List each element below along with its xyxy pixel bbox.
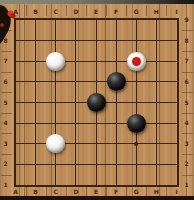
white-stone-G7[interactable] (127, 52, 146, 71)
grid-line-horizontal (16, 40, 177, 41)
row-label-right-2: 2 (182, 160, 192, 168)
tick-top (66, 5, 67, 16)
column-label-top-H: H (151, 8, 161, 16)
tick-left (1, 113, 12, 114)
top-edge-strip (0, 0, 194, 4)
row-label-left-1: 1 (1, 181, 11, 189)
tick-left (1, 72, 12, 73)
row-label-left-9: 9 (1, 16, 11, 24)
tick-left (1, 175, 12, 176)
column-label-bottom-I: I (172, 188, 182, 196)
row-label-left-6: 6 (1, 78, 11, 86)
bottom-edge-strip (0, 196, 194, 200)
tick-top (86, 5, 87, 16)
row-label-left-5: 5 (1, 99, 11, 107)
black-stone-G4[interactable] (127, 114, 146, 133)
grid-line-horizontal (16, 81, 177, 82)
tick-right (182, 175, 193, 176)
column-label-bottom-B: B (31, 188, 41, 196)
column-label-top-E: E (91, 8, 101, 16)
last-move-marker-icon (132, 57, 141, 66)
tick-right (182, 51, 193, 52)
column-label-top-A: A (11, 8, 21, 16)
tick-left (1, 30, 12, 31)
row-label-right-9: 9 (182, 16, 192, 24)
grid-line-horizontal (16, 123, 177, 124)
tick-right (182, 92, 193, 93)
row-label-right-4: 4 (182, 119, 192, 127)
row-label-right-3: 3 (182, 140, 192, 148)
tick-left (1, 92, 12, 93)
tick-top (146, 5, 147, 16)
tick-right (182, 133, 193, 134)
tick-top (46, 5, 47, 16)
tick-top (126, 5, 127, 16)
column-label-bottom-G: G (131, 188, 141, 196)
row-label-right-5: 5 (182, 99, 192, 107)
column-label-bottom-D: D (71, 188, 81, 196)
column-label-top-G: G (131, 8, 141, 16)
tick-right (182, 30, 193, 31)
column-label-top-I: I (172, 8, 182, 16)
column-label-bottom-C: C (51, 188, 61, 196)
grid-line-horizontal (16, 164, 177, 165)
tick-left (1, 154, 12, 155)
black-stone-E5[interactable] (87, 93, 106, 112)
tick-top (166, 5, 167, 16)
column-label-bottom-F: F (111, 188, 121, 196)
row-label-left-8: 8 (1, 37, 11, 45)
tick-top (26, 5, 27, 16)
column-label-top-C: C (51, 8, 61, 16)
tick-left (1, 51, 12, 52)
row-label-right-7: 7 (182, 57, 192, 65)
column-label-top-D: D (71, 8, 81, 16)
tick-top (106, 5, 107, 16)
black-stone-F6[interactable] (107, 72, 126, 91)
tick-right (182, 154, 193, 155)
column-label-bottom-A: A (11, 188, 21, 196)
column-label-top-F: F (111, 8, 121, 16)
row-label-right-6: 6 (182, 78, 192, 86)
grid-line-horizontal (16, 143, 177, 144)
row-label-left-4: 4 (1, 119, 11, 127)
white-stone-C7[interactable] (46, 52, 65, 71)
row-label-left-7: 7 (1, 57, 11, 65)
column-label-top-B: B (31, 8, 41, 16)
tick-right (182, 72, 193, 73)
row-label-left-3: 3 (1, 140, 11, 148)
row-label-right-8: 8 (182, 37, 192, 45)
column-label-bottom-H: H (151, 188, 161, 196)
star-point-G3 (134, 142, 138, 146)
grid-line-horizontal (16, 61, 177, 62)
row-label-right-1: 1 (182, 181, 192, 189)
tick-right (182, 113, 193, 114)
column-label-bottom-E: E (91, 188, 101, 196)
row-label-left-2: 2 (1, 160, 11, 168)
tick-left (1, 133, 12, 134)
go-board-screen: AABBCCDDEEFFGGHHII998877665544332211 (0, 0, 194, 200)
